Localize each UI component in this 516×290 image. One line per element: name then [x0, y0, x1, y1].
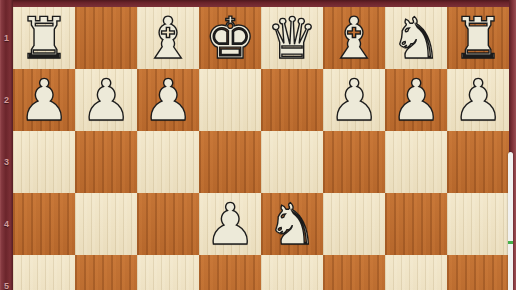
square-h2[interactable]: ♟: [13, 69, 75, 131]
square-d5[interactable]: [261, 255, 323, 290]
square-e5[interactable]: [199, 255, 261, 290]
piece-wR-a1[interactable]: ♜: [452, 7, 503, 69]
piece-wQ-d1[interactable]: ♛: [266, 7, 317, 69]
square-c3[interactable]: [323, 131, 385, 193]
rank-label-5: 5: [0, 281, 13, 290]
piece-wN-b1[interactable]: ♞: [390, 7, 441, 69]
square-c4[interactable]: [323, 193, 385, 255]
scrollbar-thumb[interactable]: [508, 152, 513, 290]
square-g5[interactable]: [75, 255, 137, 290]
square-b1[interactable]: ♞: [385, 7, 447, 69]
square-e1[interactable]: ♚: [199, 7, 261, 69]
square-g2[interactable]: ♟: [75, 69, 137, 131]
piece-wP-h2[interactable]: ♟: [18, 69, 69, 131]
square-f4[interactable]: [137, 193, 199, 255]
piece-wR-h1[interactable]: ♜: [18, 7, 69, 69]
square-f3[interactable]: [137, 131, 199, 193]
square-e4[interactable]: ♟: [199, 193, 261, 255]
piece-wK-e1[interactable]: ♚: [204, 7, 255, 69]
square-c2[interactable]: ♟: [323, 69, 385, 131]
square-b5[interactable]: [385, 255, 447, 290]
square-h4[interactable]: [13, 193, 75, 255]
square-h5[interactable]: [13, 255, 75, 290]
square-h1[interactable]: ♜: [13, 7, 75, 69]
square-f2[interactable]: ♟: [137, 69, 199, 131]
rank-label-2: 2: [0, 95, 13, 105]
square-b4[interactable]: [385, 193, 447, 255]
piece-wP-a2[interactable]: ♟: [452, 69, 503, 131]
square-h3[interactable]: [13, 131, 75, 193]
piece-wP-b2[interactable]: ♟: [390, 69, 441, 131]
square-g4[interactable]: [75, 193, 137, 255]
square-b3[interactable]: [385, 131, 447, 193]
piece-wN-d4[interactable]: ♞: [266, 193, 317, 255]
rank-label-4: 4: [0, 219, 13, 229]
square-c1[interactable]: ♝: [323, 7, 385, 69]
square-g3[interactable]: [75, 131, 137, 193]
square-a4[interactable]: [447, 193, 509, 255]
square-d4[interactable]: ♞: [261, 193, 323, 255]
square-a1[interactable]: ♜: [447, 7, 509, 69]
square-d3[interactable]: [261, 131, 323, 193]
square-g1[interactable]: [75, 7, 137, 69]
square-a3[interactable]: [447, 131, 509, 193]
square-a5[interactable]: [447, 255, 509, 290]
piece-wP-f2[interactable]: ♟: [142, 69, 193, 131]
square-e2[interactable]: [199, 69, 261, 131]
piece-wP-e4[interactable]: ♟: [204, 193, 255, 255]
square-c5[interactable]: [323, 255, 385, 290]
square-f1[interactable]: ♝: [137, 7, 199, 69]
square-a2[interactable]: ♟: [447, 69, 509, 131]
piece-wB-f1[interactable]: ♝: [142, 7, 193, 69]
square-d2[interactable]: [261, 69, 323, 131]
chess-board: ♜♝♚♛♝♞♜♟♟♟♟♟♟♟♞: [13, 7, 509, 290]
square-e3[interactable]: [199, 131, 261, 193]
square-b2[interactable]: ♟: [385, 69, 447, 131]
board-frame-top-border: [0, 0, 516, 7]
chess-app-window: ♜♝♚♛♝♞♜♟♟♟♟♟♟♟♞ 12345: [0, 0, 516, 290]
rank-label-1: 1: [0, 33, 13, 43]
piece-wP-g2[interactable]: ♟: [80, 69, 131, 131]
square-d1[interactable]: ♛: [261, 7, 323, 69]
square-f5[interactable]: [137, 255, 199, 290]
piece-wB-c1[interactable]: ♝: [328, 7, 379, 69]
board-frame-left-border: [0, 0, 13, 290]
piece-wP-c2[interactable]: ♟: [328, 69, 379, 131]
scrollbar-green-marker-icon: [508, 241, 513, 244]
rank-label-3: 3: [0, 157, 13, 167]
